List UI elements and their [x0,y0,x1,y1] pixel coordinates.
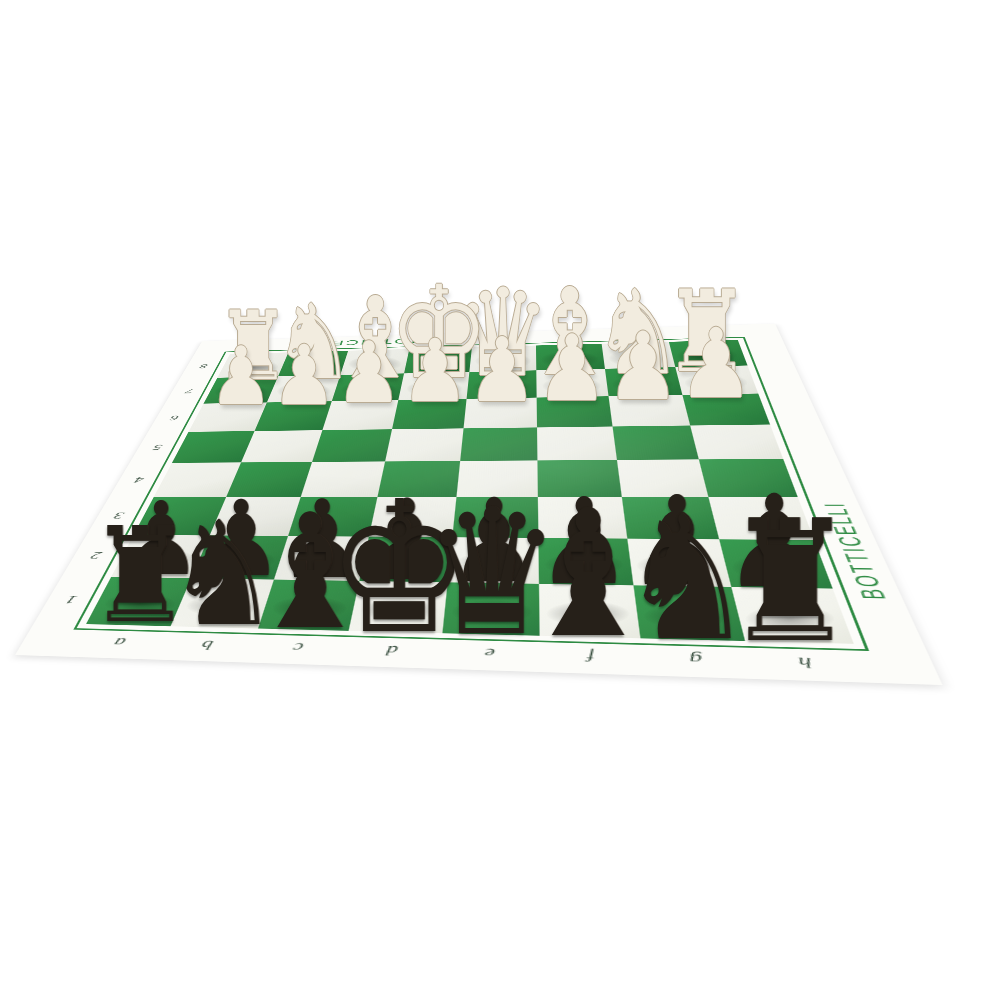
piece-white-pawn-c7[interactable]: ♟ [335,331,402,416]
piece-white-pawn-f7[interactable]: ♟ [535,323,607,414]
piece-white-pawn-d7[interactable]: ♟ [400,328,468,415]
photo-scene: 87654321 abcdefgh BOTTICELLI BOTTICELLI … [0,0,1000,1000]
piece-black-rook-h1[interactable]: ♜ [724,499,856,667]
piece-white-pawn-h7[interactable]: ♟ [678,316,754,412]
square-h5[interactable] [690,424,783,459]
piece-white-pawn-e7[interactable]: ♟ [467,326,537,415]
square-g5[interactable] [613,426,699,460]
piece-white-pawn-a7[interactable]: ♟ [210,336,274,417]
square-e5[interactable] [460,427,537,461]
square-c5[interactable] [312,429,392,462]
square-b5[interactable] [241,430,322,462]
piece-white-pawn-g7[interactable]: ♟ [606,320,680,414]
square-d5[interactable] [385,428,463,461]
pieces-layer: ♜♞♝♚♛♝♞♜♟♟♟♟♟♟♟♟♟♟♟♟♟♟♟♟♜♞♝♚♛♝♞♜ [0,0,1000,1000]
square-f5[interactable] [537,426,617,460]
piece-white-pawn-b7[interactable]: ♟ [272,334,337,417]
